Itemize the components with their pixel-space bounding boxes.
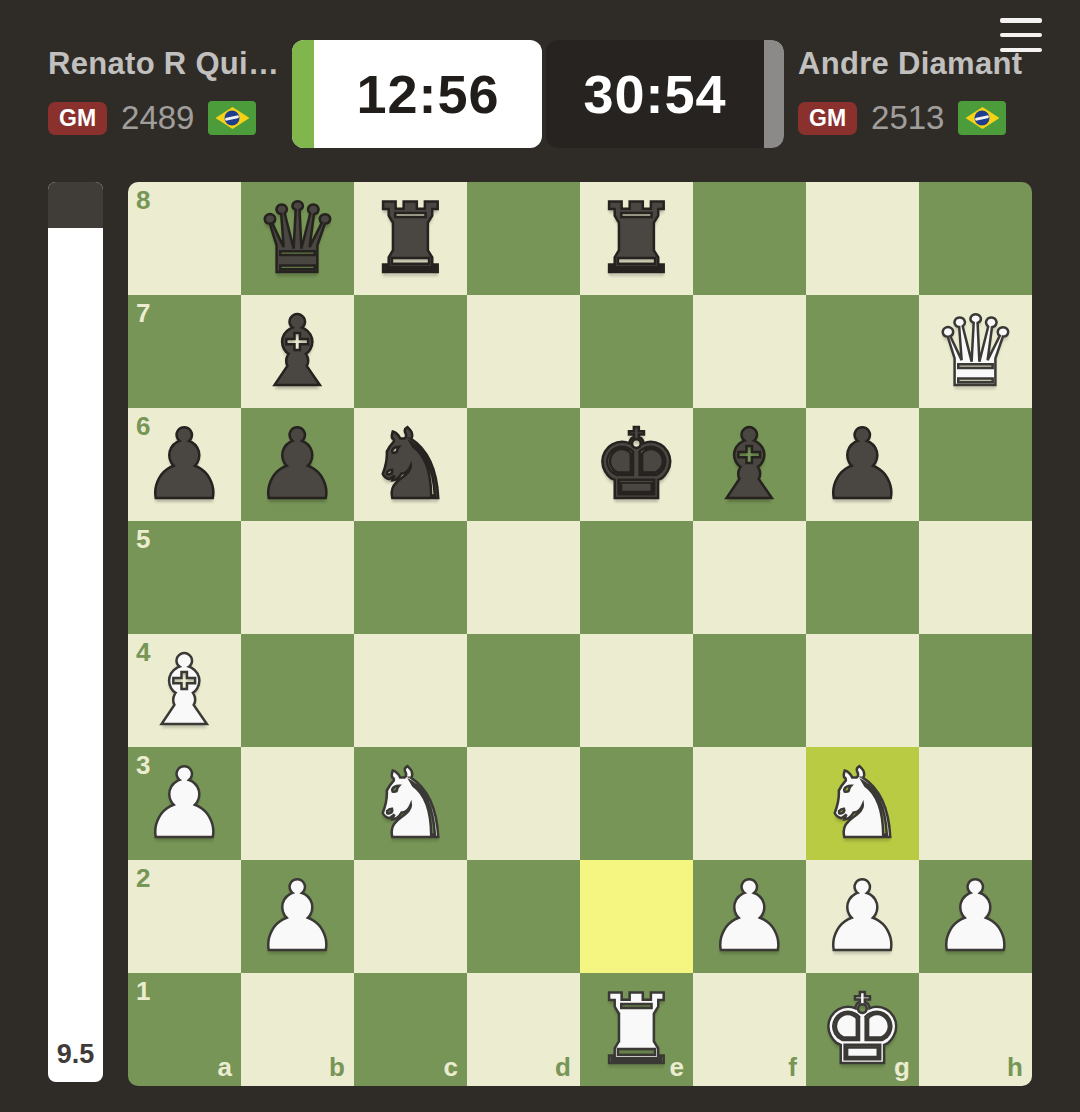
square-g4[interactable] bbox=[806, 634, 919, 747]
file-label-a: a bbox=[218, 1052, 232, 1083]
square-b2[interactable]: ♟ bbox=[241, 860, 354, 973]
clock-white: 12:56 bbox=[292, 40, 542, 148]
evaluation-bar: 9.5 bbox=[48, 182, 103, 1082]
square-a6[interactable]: 6♟ bbox=[128, 408, 241, 521]
player-white-info: Renato R Qui… GM 2489 bbox=[48, 46, 279, 137]
piece-white-bishop[interactable]: ♝ bbox=[128, 634, 241, 747]
player-white-name: Renato R Qui… bbox=[48, 46, 279, 82]
piece-black-pawn[interactable]: ♟ bbox=[128, 408, 241, 521]
square-e2[interactable] bbox=[580, 860, 693, 973]
player-black-title-badge: GM bbox=[798, 102, 857, 135]
square-h7[interactable]: ♛ bbox=[919, 295, 1032, 408]
player-black-name: Andre Diamant bbox=[798, 46, 1022, 82]
square-c7[interactable] bbox=[354, 295, 467, 408]
square-b1[interactable]: b bbox=[241, 973, 354, 1086]
piece-white-knight[interactable]: ♞ bbox=[806, 747, 919, 860]
square-h4[interactable] bbox=[919, 634, 1032, 747]
square-d6[interactable] bbox=[467, 408, 580, 521]
piece-white-king[interactable]: ♚ bbox=[806, 973, 919, 1086]
square-f6[interactable]: ♝ bbox=[693, 408, 806, 521]
square-b7[interactable]: ♝ bbox=[241, 295, 354, 408]
square-c3[interactable]: ♞ bbox=[354, 747, 467, 860]
square-f8[interactable] bbox=[693, 182, 806, 295]
square-c2[interactable] bbox=[354, 860, 467, 973]
rank-label-7: 7 bbox=[136, 298, 150, 329]
clock-black: 30:54 bbox=[546, 40, 784, 148]
square-b8[interactable]: ♛ bbox=[241, 182, 354, 295]
square-a4[interactable]: 4♝ bbox=[128, 634, 241, 747]
hamburger-menu-icon[interactable] bbox=[1000, 18, 1042, 52]
piece-black-king[interactable]: ♚ bbox=[580, 408, 693, 521]
file-label-f: f bbox=[788, 1052, 797, 1083]
piece-black-knight[interactable]: ♞ bbox=[354, 408, 467, 521]
piece-white-pawn[interactable]: ♟ bbox=[919, 860, 1032, 973]
square-e1[interactable]: e♜ bbox=[580, 973, 693, 1086]
square-c8[interactable]: ♜ bbox=[354, 182, 467, 295]
brazil-flag-icon bbox=[958, 101, 1006, 135]
square-d7[interactable] bbox=[467, 295, 580, 408]
square-a7[interactable]: 7 bbox=[128, 295, 241, 408]
clock-black-inactive-indicator bbox=[764, 40, 784, 148]
square-d4[interactable] bbox=[467, 634, 580, 747]
piece-white-queen[interactable]: ♛ bbox=[919, 295, 1032, 408]
rank-label-1: 1 bbox=[136, 976, 150, 1007]
piece-black-rook[interactable]: ♜ bbox=[580, 182, 693, 295]
square-h3[interactable] bbox=[919, 747, 1032, 860]
square-f3[interactable] bbox=[693, 747, 806, 860]
square-f2[interactable]: ♟ bbox=[693, 860, 806, 973]
clock-black-body: 30:54 bbox=[546, 40, 764, 148]
rank-label-8: 8 bbox=[136, 185, 150, 216]
evaluation-black-portion bbox=[48, 182, 103, 228]
piece-black-bishop[interactable]: ♝ bbox=[241, 295, 354, 408]
clocks: 12:56 30:54 bbox=[292, 40, 784, 148]
piece-white-pawn[interactable]: ♟ bbox=[128, 747, 241, 860]
piece-white-rook[interactable]: ♜ bbox=[580, 973, 693, 1086]
square-f5[interactable] bbox=[693, 521, 806, 634]
square-e6[interactable]: ♚ bbox=[580, 408, 693, 521]
square-c5[interactable] bbox=[354, 521, 467, 634]
piece-black-pawn[interactable]: ♟ bbox=[806, 408, 919, 521]
square-d5[interactable] bbox=[467, 521, 580, 634]
piece-black-rook[interactable]: ♜ bbox=[354, 182, 467, 295]
square-b3[interactable] bbox=[241, 747, 354, 860]
square-f4[interactable] bbox=[693, 634, 806, 747]
file-label-c: c bbox=[444, 1052, 458, 1083]
clock-black-time: 30:54 bbox=[546, 40, 764, 148]
piece-black-bishop[interactable]: ♝ bbox=[693, 408, 806, 521]
square-h6[interactable] bbox=[919, 408, 1032, 521]
piece-white-pawn[interactable]: ♟ bbox=[806, 860, 919, 973]
square-d3[interactable] bbox=[467, 747, 580, 860]
square-a1[interactable]: 1a bbox=[128, 973, 241, 1086]
clock-white-active-indicator bbox=[292, 40, 314, 148]
piece-black-queen[interactable]: ♛ bbox=[241, 182, 354, 295]
square-d1[interactable]: d bbox=[467, 973, 580, 1086]
clock-white-time: 12:56 bbox=[314, 40, 542, 148]
player-black-info: Andre Diamant GM 2513 bbox=[798, 46, 1022, 137]
square-g6[interactable]: ♟ bbox=[806, 408, 919, 521]
evaluation-score: 9.5 bbox=[48, 1039, 103, 1070]
square-a5[interactable]: 5 bbox=[128, 521, 241, 634]
square-f7[interactable] bbox=[693, 295, 806, 408]
square-b6[interactable]: ♟ bbox=[241, 408, 354, 521]
square-g1[interactable]: g♚ bbox=[806, 973, 919, 1086]
square-h1[interactable]: h bbox=[919, 973, 1032, 1086]
chess-board: 8♛♜♜7♝♛6♟♟♞♚♝♟54♝3♟♞♞2♟♟♟♟1abcde♜fg♚h bbox=[128, 182, 1032, 1086]
player-white-rating: 2489 bbox=[121, 99, 194, 137]
square-d8[interactable] bbox=[467, 182, 580, 295]
brazil-flag-icon bbox=[208, 101, 256, 135]
file-label-b: b bbox=[329, 1052, 345, 1083]
piece-black-pawn[interactable]: ♟ bbox=[241, 408, 354, 521]
square-e4[interactable] bbox=[580, 634, 693, 747]
square-a3[interactable]: 3♟ bbox=[128, 747, 241, 860]
rank-label-2: 2 bbox=[136, 863, 150, 894]
square-g7[interactable] bbox=[806, 295, 919, 408]
player-black-rating: 2513 bbox=[871, 99, 944, 137]
square-g8[interactable] bbox=[806, 182, 919, 295]
square-h2[interactable]: ♟ bbox=[919, 860, 1032, 973]
square-c4[interactable] bbox=[354, 634, 467, 747]
square-d2[interactable] bbox=[467, 860, 580, 973]
square-f1[interactable]: f bbox=[693, 973, 806, 1086]
square-e8[interactable]: ♜ bbox=[580, 182, 693, 295]
square-b4[interactable] bbox=[241, 634, 354, 747]
rank-label-5: 5 bbox=[136, 524, 150, 555]
square-h8[interactable] bbox=[919, 182, 1032, 295]
square-a8[interactable]: 8 bbox=[128, 182, 241, 295]
square-g5[interactable] bbox=[806, 521, 919, 634]
piece-white-pawn[interactable]: ♟ bbox=[241, 860, 354, 973]
square-g3[interactable]: ♞ bbox=[806, 747, 919, 860]
square-b5[interactable] bbox=[241, 521, 354, 634]
file-label-h: h bbox=[1007, 1052, 1023, 1083]
square-c1[interactable]: c bbox=[354, 973, 467, 1086]
square-e5[interactable] bbox=[580, 521, 693, 634]
square-e3[interactable] bbox=[580, 747, 693, 860]
player-white-title-badge: GM bbox=[48, 102, 107, 135]
file-label-d: d bbox=[555, 1052, 571, 1083]
square-c6[interactable]: ♞ bbox=[354, 408, 467, 521]
square-g2[interactable]: ♟ bbox=[806, 860, 919, 973]
piece-white-pawn[interactable]: ♟ bbox=[693, 860, 806, 973]
top-bar: Renato R Qui… GM 2489 12:56 30:54 Andre … bbox=[0, 0, 1080, 182]
square-h5[interactable] bbox=[919, 521, 1032, 634]
square-e7[interactable] bbox=[580, 295, 693, 408]
square-a2[interactable]: 2 bbox=[128, 860, 241, 973]
piece-white-knight[interactable]: ♞ bbox=[354, 747, 467, 860]
